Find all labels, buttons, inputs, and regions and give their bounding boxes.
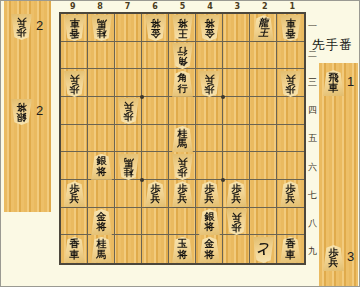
board-cell-7-3[interactable] xyxy=(115,69,142,97)
piece-kanji: 香車 xyxy=(286,18,296,39)
board-cell-7-1[interactable] xyxy=(115,14,142,42)
piece-kanji: 歩兵 xyxy=(205,73,215,94)
board-cell-7-8[interactable] xyxy=(115,208,142,236)
board-cell-4-2[interactable] xyxy=(196,42,223,70)
file-label: 3 xyxy=(224,1,251,12)
board-cell-3-3[interactable] xyxy=(223,69,250,97)
rank-label: 五 xyxy=(306,124,319,152)
piece-kanji: 銀将 xyxy=(17,102,27,123)
piece-kanji: 歩兵 xyxy=(205,184,215,205)
file-label: 8 xyxy=(86,1,113,12)
board-cell-8-2[interactable] xyxy=(88,42,115,70)
piece-kanji: と xyxy=(256,242,270,257)
board-cell-3-9[interactable] xyxy=(223,235,250,263)
sente-captured-tray: 飛車1歩兵3 xyxy=(319,63,358,287)
board-cell-6-6[interactable] xyxy=(142,152,169,180)
board-cell-4-4[interactable] xyxy=(196,97,223,125)
board-cell-2-6[interactable] xyxy=(250,152,277,180)
piece-kanji: 歩兵 xyxy=(232,184,242,205)
board-cell-7-9[interactable] xyxy=(115,235,142,263)
board-cell-8-4[interactable] xyxy=(88,97,115,125)
board-cell-3-2[interactable] xyxy=(223,42,250,70)
piece-kanji: 玉将 xyxy=(178,239,188,260)
piece-kanji: 香車 xyxy=(70,18,80,39)
board-cell-9-8[interactable] xyxy=(61,208,88,236)
gote-captured-tray: 歩兵2銀将2 xyxy=(4,1,51,212)
piece-kanji: 歩兵 xyxy=(232,212,242,233)
piece-kanji: 香車 xyxy=(286,239,296,260)
board-cell-2-7[interactable] xyxy=(250,180,277,208)
board-cell-5-8[interactable] xyxy=(169,208,196,236)
board-cell-6-2[interactable] xyxy=(142,42,169,70)
piece-kanji: 歩兵 xyxy=(70,73,80,94)
board-cell-7-2[interactable] xyxy=(115,42,142,70)
board-cell-3-1[interactable] xyxy=(223,14,250,42)
hand-slot: 銀将2 xyxy=(4,98,51,128)
file-label: 2 xyxy=(251,1,278,12)
piece-kanji: 歩兵 xyxy=(329,248,339,269)
piece-kanji: 金将 xyxy=(151,18,161,39)
piece-kanji: 歩兵 xyxy=(178,156,188,177)
file-label: 1 xyxy=(279,1,306,12)
board-cell-7-7[interactable] xyxy=(115,180,142,208)
turn-indicator: 先手番 xyxy=(312,37,360,54)
piece-kanji: 歩兵 xyxy=(286,73,296,94)
star-point xyxy=(140,178,144,182)
shogi-piece-gote[interactable]: 歩兵 xyxy=(10,14,33,40)
board-cell-7-5[interactable] xyxy=(115,125,142,153)
piece-kanji: 歩兵 xyxy=(124,101,134,122)
board-cell-2-2[interactable] xyxy=(250,42,277,70)
file-label: 6 xyxy=(141,1,168,12)
star-point xyxy=(221,95,225,99)
piece-kanji: 王将 xyxy=(178,18,188,39)
board-cell-4-6[interactable] xyxy=(196,152,223,180)
piece-kanji: 金将 xyxy=(205,18,215,39)
board-cell-1-8[interactable] xyxy=(277,208,304,236)
board-cell-4-5[interactable] xyxy=(196,125,223,153)
star-point xyxy=(140,95,144,99)
board-cell-1-6[interactable] xyxy=(277,152,304,180)
hand-slot: 歩兵2 xyxy=(4,13,51,43)
board-cell-2-4[interactable] xyxy=(250,97,277,125)
board-cell-9-4[interactable] xyxy=(61,97,88,125)
board-cell-9-2[interactable] xyxy=(61,42,88,70)
board-cell-6-3[interactable] xyxy=(142,69,169,97)
board-cell-9-6[interactable] xyxy=(61,152,88,180)
shogi-piece-sente[interactable]: 飛車 xyxy=(322,70,345,96)
piece-kanji: 歩兵 xyxy=(151,184,161,205)
board-cell-2-5[interactable] xyxy=(250,125,277,153)
rank-label: 七 xyxy=(306,181,319,209)
piece-kanji: 金将 xyxy=(97,212,107,233)
shogi-board: 香車桂馬金将王将金将龍王香車角行歩兵角行歩兵歩兵歩兵桂馬銀将桂馬歩兵歩兵歩兵歩兵… xyxy=(59,12,306,265)
piece-kanji: 桂馬 xyxy=(124,156,134,177)
piece-kanji: 桂馬 xyxy=(97,239,107,260)
piece-kanji: 桂馬 xyxy=(178,129,188,150)
rank-label: 六 xyxy=(306,153,319,181)
board-cell-6-5[interactable] xyxy=(142,125,169,153)
shogi-piece-sente[interactable]: 歩兵 xyxy=(322,245,345,271)
board-cell-6-4[interactable] xyxy=(142,97,169,125)
board-cell-5-4[interactable] xyxy=(169,97,196,125)
file-label: 9 xyxy=(59,1,86,12)
rank-label: 三 xyxy=(306,68,319,96)
board-cell-6-9[interactable] xyxy=(142,235,169,263)
board-cell-2-8[interactable] xyxy=(250,208,277,236)
board-cell-2-3[interactable] xyxy=(250,69,277,97)
hand-piece-count: 2 xyxy=(36,18,43,33)
shogi-piece-gote[interactable]: 銀将 xyxy=(10,99,33,125)
board-cell-1-2[interactable] xyxy=(277,42,304,70)
piece-kanji: 歩兵 xyxy=(70,184,80,205)
rank-label: 四 xyxy=(306,96,319,124)
piece-kanji: 龍王 xyxy=(259,18,269,39)
board-cell-3-6[interactable] xyxy=(223,152,250,180)
piece-kanji: 香車 xyxy=(70,239,80,260)
board-cell-3-5[interactable] xyxy=(223,125,250,153)
rank-label: 八 xyxy=(306,209,319,237)
piece-kanji: 角行 xyxy=(178,46,188,67)
hand-slot: 歩兵3 xyxy=(319,244,358,274)
hand-piece-count: 1 xyxy=(347,74,354,89)
piece-kanji: 銀将 xyxy=(205,212,215,233)
file-coordinate-labels: 987654321 xyxy=(59,1,306,12)
rank-label: 一 xyxy=(306,12,319,40)
piece-kanji: 角行 xyxy=(178,73,188,94)
board-cell-3-4[interactable] xyxy=(223,97,250,125)
piece-kanji: 歩兵 xyxy=(178,184,188,205)
board-cell-8-3[interactable] xyxy=(88,69,115,97)
piece-kanji: 銀将 xyxy=(97,156,107,177)
shogi-diagram: 歩兵2銀将2 987654321 香車桂馬金将王将金将龍王香車角行歩兵角行歩兵歩… xyxy=(0,0,360,287)
hand-piece-count: 2 xyxy=(36,103,43,118)
rank-label: 九 xyxy=(306,237,319,265)
piece-kanji: 飛車 xyxy=(329,73,339,94)
board-cell-9-5[interactable] xyxy=(61,125,88,153)
board-cell-1-5[interactable] xyxy=(277,125,304,153)
board-cell-1-4[interactable] xyxy=(277,97,304,125)
board-cell-6-8[interactable] xyxy=(142,208,169,236)
piece-kanji: 金将 xyxy=(205,239,215,260)
piece-kanji: 歩兵 xyxy=(286,184,296,205)
board-cell-8-5[interactable] xyxy=(88,125,115,153)
file-label: 7 xyxy=(114,1,141,12)
piece-kanji: 桂馬 xyxy=(97,18,107,39)
board-cell-8-7[interactable] xyxy=(88,180,115,208)
file-label: 4 xyxy=(196,1,223,12)
piece-kanji: 歩兵 xyxy=(17,17,27,38)
hand-slot: 飛車1 xyxy=(319,69,358,99)
hand-piece-count: 3 xyxy=(347,249,354,264)
star-point xyxy=(221,178,225,182)
file-label: 5 xyxy=(169,1,196,12)
